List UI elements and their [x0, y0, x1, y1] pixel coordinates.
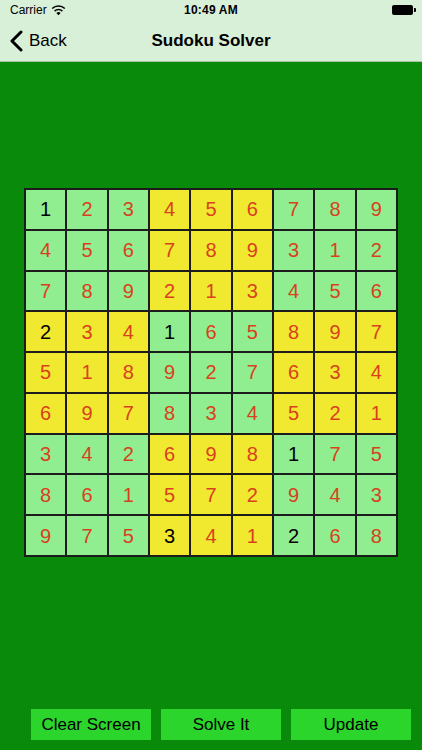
sudoku-cell-r2c4[interactable]: 7 — [150, 231, 189, 270]
sudoku-cell-r4c2[interactable]: 3 — [67, 312, 106, 351]
sudoku-cell-r4c6[interactable]: 5 — [233, 312, 272, 351]
sudoku-cell-r7c9[interactable]: 5 — [357, 435, 396, 474]
sudoku-cell-r3c3[interactable]: 9 — [109, 272, 148, 311]
sudoku-cell-r4c8[interactable]: 9 — [315, 312, 354, 351]
sudoku-cell-r3c5[interactable]: 1 — [191, 272, 230, 311]
sudoku-cell-r5c5[interactable]: 2 — [191, 353, 230, 392]
sudoku-cell-r5c8[interactable]: 3 — [315, 353, 354, 392]
sudoku-cell-r2c7[interactable]: 3 — [274, 231, 313, 270]
back-button[interactable]: Back — [10, 20, 67, 62]
sudoku-cell-r4c7[interactable]: 8 — [274, 312, 313, 351]
sudoku-cell-r7c4[interactable]: 6 — [150, 435, 189, 474]
sudoku-cell-r8c1[interactable]: 8 — [26, 475, 65, 514]
sudoku-cell-r9c2[interactable]: 7 — [67, 516, 106, 555]
sudoku-cell-r7c2[interactable]: 4 — [67, 435, 106, 474]
status-right — [392, 0, 416, 20]
sudoku-cell-r7c8[interactable]: 7 — [315, 435, 354, 474]
sudoku-cell-r9c1[interactable]: 9 — [26, 516, 65, 555]
navigation-bar: Sudoku Solver Back — [0, 20, 422, 62]
wifi-icon — [51, 5, 66, 16]
status-bar: Carrier 10:49 AM — [0, 0, 422, 20]
sudoku-cell-r1c8[interactable]: 8 — [315, 190, 354, 229]
sudoku-cell-r6c8[interactable]: 2 — [315, 394, 354, 433]
sudoku-cell-r2c5[interactable]: 8 — [191, 231, 230, 270]
sudoku-cell-r8c2[interactable]: 6 — [67, 475, 106, 514]
sudoku-cell-r5c4[interactable]: 9 — [150, 353, 189, 392]
sudoku-cell-r1c2[interactable]: 2 — [67, 190, 106, 229]
sudoku-cell-r3c6[interactable]: 3 — [233, 272, 272, 311]
sudoku-cell-r7c6[interactable]: 8 — [233, 435, 272, 474]
sudoku-cell-r2c6[interactable]: 9 — [233, 231, 272, 270]
sudoku-cell-r2c2[interactable]: 5 — [67, 231, 106, 270]
back-label: Back — [29, 31, 67, 51]
sudoku-cell-r8c5[interactable]: 7 — [191, 475, 230, 514]
sudoku-cell-r8c8[interactable]: 4 — [315, 475, 354, 514]
sudoku-cell-r8c7[interactable]: 9 — [274, 475, 313, 514]
sudoku-cell-r2c8[interactable]: 1 — [315, 231, 354, 270]
sudoku-cell-r3c7[interactable]: 4 — [274, 272, 313, 311]
sudoku-cell-r8c9[interactable]: 3 — [357, 475, 396, 514]
sudoku-cell-r3c9[interactable]: 6 — [357, 272, 396, 311]
sudoku-cell-r1c9[interactable]: 9 — [357, 190, 396, 229]
sudoku-cell-r1c4[interactable]: 4 — [150, 190, 189, 229]
sudoku-solver-screen: Carrier 10:49 AM Sudoku Solver Back 1234… — [0, 0, 422, 750]
sudoku-cell-r5c1[interactable]: 5 — [26, 353, 65, 392]
sudoku-cell-r4c9[interactable]: 7 — [357, 312, 396, 351]
sudoku-cell-r3c8[interactable]: 5 — [315, 272, 354, 311]
sudoku-cell-r1c7[interactable]: 7 — [274, 190, 313, 229]
sudoku-cell-r5c2[interactable]: 1 — [67, 353, 106, 392]
sudoku-cell-r4c1[interactable]: 2 — [26, 312, 65, 351]
sudoku-cell-r7c3[interactable]: 2 — [109, 435, 148, 474]
sudoku-cell-r5c6[interactable]: 7 — [233, 353, 272, 392]
sudoku-cell-r9c8[interactable]: 6 — [315, 516, 354, 555]
sudoku-cell-r6c9[interactable]: 1 — [357, 394, 396, 433]
sudoku-cell-r3c2[interactable]: 8 — [67, 272, 106, 311]
sudoku-cell-r9c4[interactable]: 3 — [150, 516, 189, 555]
sudoku-cell-r1c6[interactable]: 6 — [233, 190, 272, 229]
sudoku-cell-r7c5[interactable]: 9 — [191, 435, 230, 474]
status-left: Carrier — [10, 0, 66, 20]
sudoku-cell-r9c7[interactable]: 2 — [274, 516, 313, 555]
carrier-label: Carrier — [10, 3, 47, 17]
sudoku-cell-r4c3[interactable]: 4 — [109, 312, 148, 351]
sudoku-cell-r2c3[interactable]: 6 — [109, 231, 148, 270]
sudoku-cell-r5c9[interactable]: 4 — [357, 353, 396, 392]
sudoku-cell-r1c5[interactable]: 5 — [191, 190, 230, 229]
sudoku-cell-r6c1[interactable]: 6 — [26, 394, 65, 433]
sudoku-cell-r6c2[interactable]: 9 — [67, 394, 106, 433]
sudoku-cell-r4c5[interactable]: 6 — [191, 312, 230, 351]
action-button-row: Clear Screen Solve It Update — [31, 709, 411, 740]
sudoku-cell-r7c7[interactable]: 1 — [274, 435, 313, 474]
battery-icon — [392, 5, 413, 15]
sudoku-cell-r5c7[interactable]: 6 — [274, 353, 313, 392]
sudoku-cell-r6c6[interactable]: 4 — [233, 394, 272, 433]
battery-tip — [414, 8, 416, 12]
sudoku-cell-r6c5[interactable]: 3 — [191, 394, 230, 433]
sudoku-cell-r4c4[interactable]: 1 — [150, 312, 189, 351]
back-chevron-icon — [10, 30, 23, 52]
update-button[interactable]: Update — [291, 709, 411, 740]
sudoku-cell-r8c3[interactable]: 1 — [109, 475, 148, 514]
sudoku-cell-r7c1[interactable]: 3 — [26, 435, 65, 474]
sudoku-cell-r9c9[interactable]: 8 — [357, 516, 396, 555]
clear-screen-button[interactable]: Clear Screen — [31, 709, 151, 740]
sudoku-cell-r3c1[interactable]: 7 — [26, 272, 65, 311]
sudoku-cell-r6c7[interactable]: 5 — [274, 394, 313, 433]
sudoku-cell-r9c5[interactable]: 4 — [191, 516, 230, 555]
solve-it-button[interactable]: Solve It — [161, 709, 281, 740]
sudoku-cell-r1c1[interactable]: 1 — [26, 190, 65, 229]
sudoku-cell-r8c6[interactable]: 2 — [233, 475, 272, 514]
sudoku-cell-r6c4[interactable]: 8 — [150, 394, 189, 433]
sudoku-cell-r6c3[interactable]: 7 — [109, 394, 148, 433]
sudoku-cell-r9c6[interactable]: 1 — [233, 516, 272, 555]
sudoku-cell-r8c4[interactable]: 5 — [150, 475, 189, 514]
sudoku-cell-r1c3[interactable]: 3 — [109, 190, 148, 229]
sudoku-cell-r5c3[interactable]: 8 — [109, 353, 148, 392]
sudoku-cell-r9c3[interactable]: 5 — [109, 516, 148, 555]
sudoku-board: 1234567894567893127892134562341658975189… — [24, 188, 398, 557]
sudoku-cell-r3c4[interactable]: 2 — [150, 272, 189, 311]
sudoku-cell-r2c1[interactable]: 4 — [26, 231, 65, 270]
sudoku-cell-r2c9[interactable]: 2 — [357, 231, 396, 270]
